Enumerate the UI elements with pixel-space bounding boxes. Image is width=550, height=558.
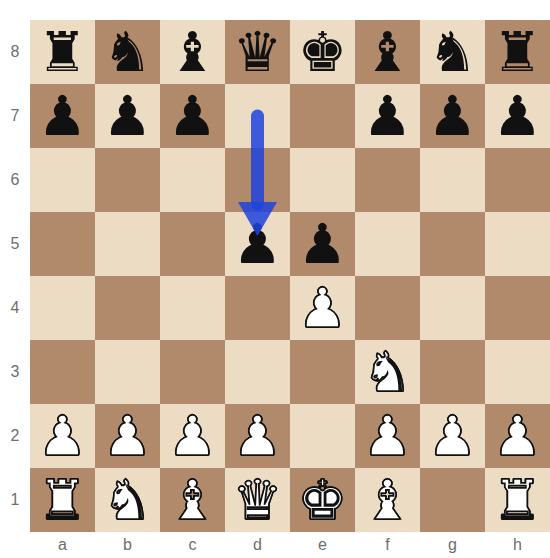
piece-black-rook-a8[interactable]: ♜ [38,20,87,84]
piece-black-pawn-a7[interactable]: ♟ [38,84,87,148]
rank-label-1: 1 [0,468,30,532]
square-c4[interactable] [160,276,225,340]
square-b6[interactable] [95,148,160,212]
piece-black-pawn-e5[interactable]: ♟ [298,212,347,276]
square-h3[interactable] [485,340,550,404]
square-h1[interactable]: ♜ [485,468,550,532]
piece-black-king-e8[interactable]: ♚ [298,20,347,84]
piece-white-bishop-f1[interactable]: ♝ [363,468,412,532]
piece-black-pawn-b7[interactable]: ♟ [103,84,152,148]
piece-black-pawn-h7[interactable]: ♟ [493,84,542,148]
piece-white-rook-h1[interactable]: ♜ [493,468,542,532]
file-label-b: b [95,532,160,558]
square-e5[interactable]: ♟ [290,212,355,276]
square-d5[interactable]: ♟ [225,212,290,276]
square-e4[interactable]: ♟ [290,276,355,340]
square-f8[interactable]: ♝ [355,20,420,84]
piece-white-pawn-a2[interactable]: ♟ [38,404,87,468]
piece-white-pawn-h2[interactable]: ♟ [493,404,542,468]
square-f7[interactable]: ♟ [355,84,420,148]
square-a5[interactable] [30,212,95,276]
square-b7[interactable]: ♟ [95,84,160,148]
square-f1[interactable]: ♝ [355,468,420,532]
square-d6[interactable] [225,148,290,212]
square-h5[interactable] [485,212,550,276]
square-f4[interactable] [355,276,420,340]
file-label-f: f [355,532,420,558]
square-e6[interactable] [290,148,355,212]
square-b3[interactable] [95,340,160,404]
square-a3[interactable] [30,340,95,404]
piece-white-pawn-d2[interactable]: ♟ [233,404,282,468]
square-f6[interactable] [355,148,420,212]
file-label-h: h [485,532,550,558]
square-d1[interactable]: ♛ [225,468,290,532]
square-h6[interactable] [485,148,550,212]
file-labels: abcdefgh [30,532,550,558]
piece-white-pawn-f2[interactable]: ♟ [363,404,412,468]
rank-label-5: 5 [0,212,30,276]
square-b1[interactable]: ♞ [95,468,160,532]
piece-black-pawn-d5[interactable]: ♟ [233,212,282,276]
square-f5[interactable] [355,212,420,276]
rank-label-7: 7 [0,84,30,148]
piece-black-pawn-f7[interactable]: ♟ [363,84,412,148]
piece-black-queen-d8[interactable]: ♛ [233,20,282,84]
square-e2[interactable] [290,404,355,468]
piece-white-bishop-c1[interactable]: ♝ [168,468,217,532]
piece-black-rook-h8[interactable]: ♜ [493,20,542,84]
square-c3[interactable] [160,340,225,404]
piece-white-queen-d1[interactable]: ♛ [233,468,282,532]
square-f2[interactable]: ♟ [355,404,420,468]
rank-label-3: 3 [0,340,30,404]
rank-label-8: 8 [0,20,30,84]
square-d3[interactable] [225,340,290,404]
piece-black-bishop-c8[interactable]: ♝ [168,20,217,84]
rank-label-4: 4 [0,276,30,340]
square-c5[interactable] [160,212,225,276]
square-g5[interactable] [420,212,485,276]
square-a4[interactable] [30,276,95,340]
piece-white-knight-f3[interactable]: ♞ [363,340,412,404]
square-d7[interactable] [225,84,290,148]
piece-white-pawn-b2[interactable]: ♟ [103,404,152,468]
square-c1[interactable]: ♝ [160,468,225,532]
square-e7[interactable] [290,84,355,148]
square-b5[interactable] [95,212,160,276]
piece-black-knight-g8[interactable]: ♞ [428,20,477,84]
square-h7[interactable]: ♟ [485,84,550,148]
square-a7[interactable]: ♟ [30,84,95,148]
chess-board: ♜♞♝♛♚♝♞♜♟♟♟♟♟♟♟♟♟♞♟♟♟♟♟♟♟♜♞♝♛♚♝♜ [30,20,550,532]
file-label-e: e [290,532,355,558]
square-a6[interactable] [30,148,95,212]
square-c7[interactable]: ♟ [160,84,225,148]
square-g7[interactable]: ♟ [420,84,485,148]
square-a1[interactable]: ♜ [30,468,95,532]
rank-label-2: 2 [0,404,30,468]
square-c2[interactable]: ♟ [160,404,225,468]
square-g1[interactable] [420,468,485,532]
square-e3[interactable] [290,340,355,404]
square-g8[interactable]: ♞ [420,20,485,84]
piece-white-pawn-e4[interactable]: ♟ [298,276,347,340]
square-c6[interactable] [160,148,225,212]
square-g2[interactable]: ♟ [420,404,485,468]
square-b4[interactable] [95,276,160,340]
square-a8[interactable]: ♜ [30,20,95,84]
square-f3[interactable]: ♞ [355,340,420,404]
piece-white-pawn-c2[interactable]: ♟ [168,404,217,468]
square-h2[interactable]: ♟ [485,404,550,468]
rank-labels: 87654321 [0,20,30,532]
piece-white-pawn-g2[interactable]: ♟ [428,404,477,468]
piece-black-bishop-f8[interactable]: ♝ [363,20,412,84]
piece-white-knight-b1[interactable]: ♞ [103,468,152,532]
square-g4[interactable] [420,276,485,340]
chess-board-widget: 87654321 ♜♞♝♛♚♝♞♜♟♟♟♟♟♟♟♟♟♞♟♟♟♟♟♟♟♜♞♝♛♚♝… [0,0,550,558]
square-g6[interactable] [420,148,485,212]
square-e1[interactable]: ♚ [290,468,355,532]
square-h8[interactable]: ♜ [485,20,550,84]
square-d4[interactable] [225,276,290,340]
square-d8[interactable]: ♛ [225,20,290,84]
square-g3[interactable] [420,340,485,404]
piece-black-pawn-g7[interactable]: ♟ [428,84,477,148]
square-d2[interactable]: ♟ [225,404,290,468]
square-c8[interactable]: ♝ [160,20,225,84]
piece-white-king-e1[interactable]: ♚ [298,468,347,532]
square-h4[interactable] [485,276,550,340]
file-label-g: g [420,532,485,558]
square-b8[interactable]: ♞ [95,20,160,84]
file-label-a: a [30,532,95,558]
piece-black-pawn-c7[interactable]: ♟ [168,84,217,148]
square-b2[interactable]: ♟ [95,404,160,468]
square-a2[interactable]: ♟ [30,404,95,468]
file-label-d: d [225,532,290,558]
square-e8[interactable]: ♚ [290,20,355,84]
piece-black-knight-b8[interactable]: ♞ [103,20,152,84]
rank-label-6: 6 [0,148,30,212]
piece-white-rook-a1[interactable]: ♜ [38,468,87,532]
file-label-c: c [160,532,225,558]
